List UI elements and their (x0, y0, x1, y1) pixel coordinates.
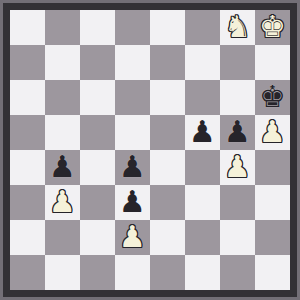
piece-black-pawn[interactable]: ♟ (49, 149, 76, 184)
square-f5[interactable]: ♟ (185, 115, 220, 150)
square-b1[interactable] (45, 255, 80, 290)
square-c7[interactable] (80, 45, 115, 80)
square-f6[interactable] (185, 80, 220, 115)
square-f2[interactable] (185, 220, 220, 255)
square-h5[interactable]: ♟ (255, 115, 290, 150)
square-h7[interactable] (255, 45, 290, 80)
square-c8[interactable] (80, 10, 115, 45)
square-d3[interactable]: ♟ (115, 185, 150, 220)
square-g1[interactable] (220, 255, 255, 290)
square-a5[interactable] (10, 115, 45, 150)
square-a2[interactable] (10, 220, 45, 255)
square-g3[interactable] (220, 185, 255, 220)
square-e6[interactable] (150, 80, 185, 115)
piece-white-pawn[interactable]: ♟ (224, 149, 251, 184)
square-b6[interactable] (45, 80, 80, 115)
square-f7[interactable] (185, 45, 220, 80)
square-c1[interactable] (80, 255, 115, 290)
piece-white-king[interactable]: ♚ (259, 9, 286, 44)
square-b3[interactable]: ♟ (45, 185, 80, 220)
square-e3[interactable] (150, 185, 185, 220)
square-a8[interactable] (10, 10, 45, 45)
piece-white-knight[interactable]: ♞ (224, 9, 251, 44)
square-h2[interactable] (255, 220, 290, 255)
square-b2[interactable] (45, 220, 80, 255)
square-h8[interactable]: ♚ (255, 10, 290, 45)
square-g6[interactable] (220, 80, 255, 115)
square-f3[interactable] (185, 185, 220, 220)
square-g4[interactable]: ♟ (220, 150, 255, 185)
square-e4[interactable] (150, 150, 185, 185)
square-e1[interactable] (150, 255, 185, 290)
square-c6[interactable] (80, 80, 115, 115)
board-frame-inner: ♞♚♚♟♟♟♟♟♟♟♟♟ (3, 3, 297, 297)
square-e5[interactable] (150, 115, 185, 150)
square-f4[interactable] (185, 150, 220, 185)
square-g5[interactable]: ♟ (220, 115, 255, 150)
square-a7[interactable] (10, 45, 45, 80)
square-c5[interactable] (80, 115, 115, 150)
square-h1[interactable] (255, 255, 290, 290)
piece-white-pawn[interactable]: ♟ (119, 219, 146, 254)
piece-black-pawn[interactable]: ♟ (119, 149, 146, 184)
square-e2[interactable] (150, 220, 185, 255)
square-d1[interactable] (115, 255, 150, 290)
piece-black-pawn[interactable]: ♟ (119, 184, 146, 219)
square-f1[interactable] (185, 255, 220, 290)
square-c4[interactable] (80, 150, 115, 185)
square-b8[interactable] (45, 10, 80, 45)
piece-white-pawn[interactable]: ♟ (49, 184, 76, 219)
square-d8[interactable] (115, 10, 150, 45)
square-g7[interactable] (220, 45, 255, 80)
square-a4[interactable] (10, 150, 45, 185)
square-d5[interactable] (115, 115, 150, 150)
square-e8[interactable] (150, 10, 185, 45)
square-a1[interactable] (10, 255, 45, 290)
square-b5[interactable] (45, 115, 80, 150)
square-b4[interactable]: ♟ (45, 150, 80, 185)
board-frame-outer: ♞♚♚♟♟♟♟♟♟♟♟♟ (0, 0, 300, 300)
chess-board: ♞♚♚♟♟♟♟♟♟♟♟♟ (10, 10, 290, 290)
square-h3[interactable] (255, 185, 290, 220)
square-h4[interactable] (255, 150, 290, 185)
square-c3[interactable] (80, 185, 115, 220)
square-d7[interactable] (115, 45, 150, 80)
square-e7[interactable] (150, 45, 185, 80)
square-g8[interactable]: ♞ (220, 10, 255, 45)
square-d4[interactable]: ♟ (115, 150, 150, 185)
piece-black-pawn[interactable]: ♟ (224, 114, 251, 149)
piece-white-pawn[interactable]: ♟ (259, 114, 286, 149)
square-d6[interactable] (115, 80, 150, 115)
square-h6[interactable]: ♚ (255, 80, 290, 115)
square-a3[interactable] (10, 185, 45, 220)
piece-black-king[interactable]: ♚ (259, 79, 286, 114)
square-c2[interactable] (80, 220, 115, 255)
square-b7[interactable] (45, 45, 80, 80)
square-f8[interactable] (185, 10, 220, 45)
square-d2[interactable]: ♟ (115, 220, 150, 255)
square-a6[interactable] (10, 80, 45, 115)
square-g2[interactable] (220, 220, 255, 255)
piece-black-pawn[interactable]: ♟ (189, 114, 216, 149)
